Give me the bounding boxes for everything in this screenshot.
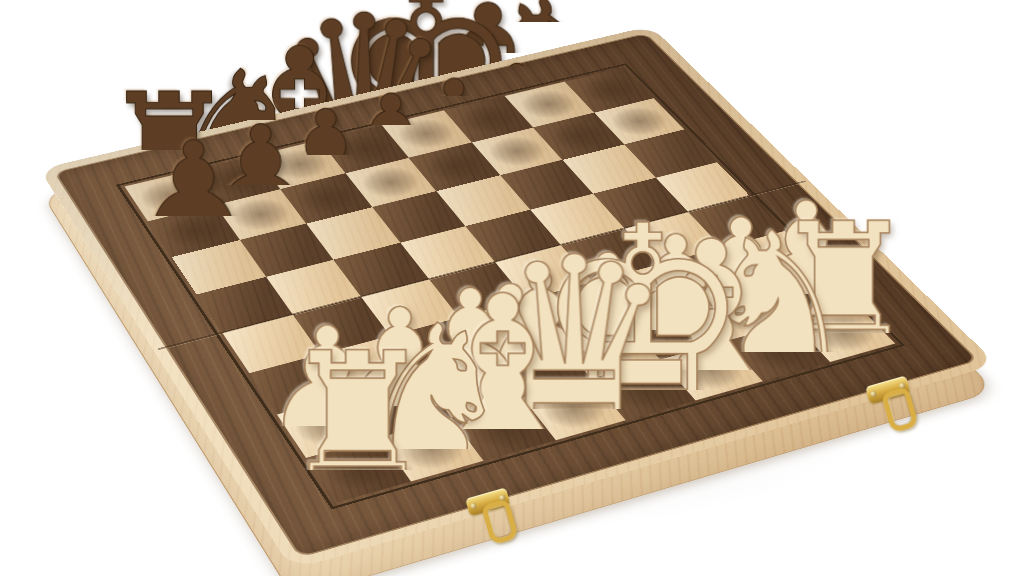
- latch-loop: [881, 386, 919, 433]
- latch-loop: [481, 498, 519, 545]
- square-f4: [560, 228, 657, 281]
- product-photo-scene: ♜♞♝♛♚♝♞♜♟♟♟♟♟♟♟♟♟♟♟♟♟♟♟♟♜♞♝♛♚♝♞♜: [0, 0, 1024, 576]
- square-d7: ♟: [345, 158, 436, 208]
